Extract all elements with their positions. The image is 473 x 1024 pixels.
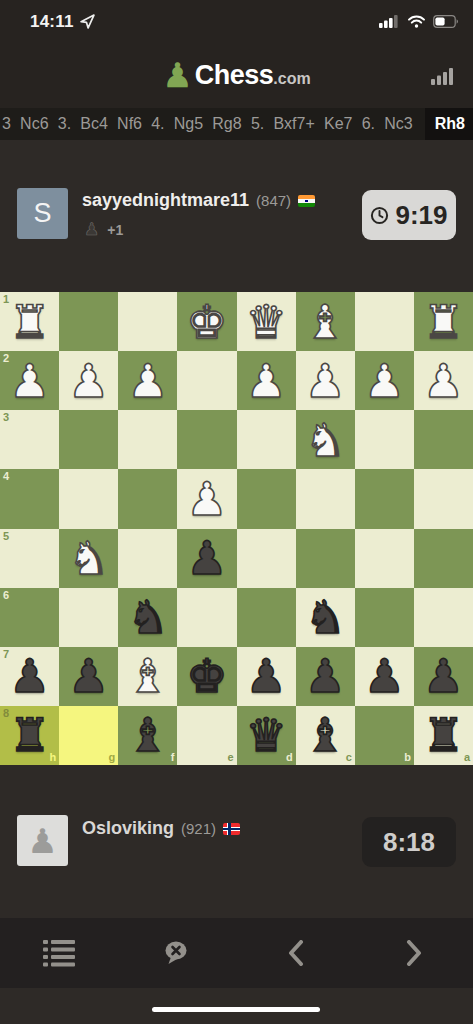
- chat-disabled-button[interactable]: [118, 918, 236, 988]
- square-c4[interactable]: [296, 469, 355, 528]
- black-pawn-icon: ♟: [305, 653, 346, 699]
- move-token[interactable]: Rg8: [212, 115, 241, 133]
- square-a5[interactable]: [414, 529, 473, 588]
- square-g1[interactable]: [59, 292, 118, 351]
- wifi-icon: [407, 14, 426, 32]
- game-toolbar: [0, 918, 473, 988]
- opponent-player-card: S sayyednightmare11 (847) ♟ +1 9:19: [0, 140, 473, 292]
- move-token[interactable]: Nc6: [20, 115, 48, 133]
- player-username[interactable]: Osloviking: [82, 818, 174, 839]
- move-list-bar[interactable]: 3Nc63.Bc4Nf64.Ng5Rg85.Bxf7+Ke76.Nc3 Rh8: [0, 108, 473, 140]
- white-pawn-icon: ♟: [186, 476, 227, 522]
- move-token[interactable]: Ng5: [174, 115, 203, 133]
- square-h3[interactable]: 3: [0, 410, 59, 469]
- square-e8[interactable]: e: [177, 706, 236, 765]
- square-h7[interactable]: 7♟: [0, 647, 59, 706]
- home-indicator[interactable]: [152, 1007, 320, 1012]
- opponent-clock: 9:19: [362, 190, 456, 240]
- square-d7[interactable]: ♟: [237, 647, 296, 706]
- black-bishop-icon: ♝: [305, 712, 346, 758]
- square-g2[interactable]: ♟: [59, 351, 118, 410]
- square-e7[interactable]: ♚: [177, 647, 236, 706]
- square-c5[interactable]: [296, 529, 355, 588]
- square-g5[interactable]: ♞: [59, 529, 118, 588]
- square-d3[interactable]: [237, 410, 296, 469]
- black-rook-icon: ♜: [9, 712, 50, 758]
- location-arrow-icon: [80, 14, 95, 33]
- status-bar: 14:11: [0, 0, 473, 44]
- square-a1[interactable]: ♜: [414, 292, 473, 351]
- square-g4[interactable]: [59, 469, 118, 528]
- square-f4[interactable]: [118, 469, 177, 528]
- rank-label-8: 8: [3, 708, 9, 719]
- opponent-avatar[interactable]: S: [17, 188, 68, 239]
- black-pawn-icon: ♟: [423, 653, 464, 699]
- black-bishop-icon: ♝: [127, 712, 168, 758]
- rank-label-7: 7: [3, 649, 9, 660]
- square-c6[interactable]: ♞: [296, 588, 355, 647]
- file-label-e: e: [227, 752, 233, 763]
- square-a6[interactable]: [414, 588, 473, 647]
- square-d2[interactable]: ♟: [237, 351, 296, 410]
- black-pawn-icon: ♟: [364, 653, 405, 699]
- move-token[interactable]: 3: [2, 115, 11, 133]
- logo-tld-text: .com: [273, 70, 310, 88]
- file-label-f: f: [171, 752, 175, 763]
- opponent-username[interactable]: sayyednightmare11: [82, 190, 249, 211]
- previous-move-button[interactable]: [237, 918, 355, 988]
- square-c3[interactable]: ♞: [296, 410, 355, 469]
- square-f1[interactable]: [118, 292, 177, 351]
- chess-board: 1♜♚♛♝♜2♟♟♟♟♟♟♟3♞4♟5♞♟6♞♞7♟♟♝♚♟♟♟♟8h♜gf♝e…: [0, 292, 473, 765]
- square-h5[interactable]: 5: [0, 529, 59, 588]
- black-pawn-icon: ♟: [245, 653, 286, 699]
- square-d8[interactable]: d♛: [237, 706, 296, 765]
- square-g7[interactable]: ♟: [59, 647, 118, 706]
- square-h1[interactable]: 1♜: [0, 292, 59, 351]
- square-d4[interactable]: [237, 469, 296, 528]
- square-b2[interactable]: ♟: [355, 351, 414, 410]
- black-pawn-icon: ♟: [9, 653, 50, 699]
- square-h2[interactable]: 2♟: [0, 351, 59, 410]
- square-c8[interactable]: c♝: [296, 706, 355, 765]
- rank-label-2: 2: [3, 353, 9, 364]
- black-pawn-icon: ♟: [186, 535, 227, 581]
- white-pawn-icon: ♟: [364, 358, 405, 404]
- black-knight-icon: ♞: [127, 594, 168, 640]
- clock-time: 14:11: [30, 12, 74, 32]
- pawn-avatar-icon: ♟: [27, 824, 57, 858]
- white-bishop-icon: ♝: [127, 653, 168, 699]
- square-b8[interactable]: b: [355, 706, 414, 765]
- white-pawn-icon: ♟: [127, 358, 168, 404]
- connection-strength-icon: [431, 68, 453, 89]
- square-f2[interactable]: ♟: [118, 351, 177, 410]
- square-g8[interactable]: g: [59, 706, 118, 765]
- player-rating: (921): [181, 820, 216, 837]
- square-g3[interactable]: [59, 410, 118, 469]
- white-bishop-icon: ♝: [305, 299, 346, 345]
- player-card: ♟ Osloviking (921) 8:18: [0, 765, 473, 918]
- move-token[interactable]: Bc4: [80, 115, 108, 133]
- square-d5[interactable]: [237, 529, 296, 588]
- captured-black-pawn-icon: ♟: [84, 221, 99, 238]
- file-label-c: c: [346, 752, 352, 763]
- square-a8[interactable]: a♜: [414, 706, 473, 765]
- move-token[interactable]: 6.: [362, 115, 375, 133]
- square-a2[interactable]: ♟: [414, 351, 473, 410]
- file-label-d: d: [286, 752, 293, 763]
- move-token[interactable]: Nc3: [384, 115, 412, 133]
- square-b4[interactable]: [355, 469, 414, 528]
- player-time: 8:18: [383, 827, 435, 858]
- move-token[interactable]: 5.: [251, 115, 264, 133]
- norway-flag-icon: [223, 823, 240, 835]
- rank-label-3: 3: [3, 412, 9, 423]
- move-list-button[interactable]: [0, 918, 118, 988]
- black-queen-icon: ♛: [245, 712, 286, 758]
- black-king-icon: ♚: [186, 653, 227, 699]
- square-b3[interactable]: [355, 410, 414, 469]
- black-pawn-icon: ♟: [68, 653, 109, 699]
- move-token[interactable]: Bxf7+: [273, 115, 314, 133]
- white-pawn-icon: ♟: [305, 358, 346, 404]
- chess-app-screen: 14:11: [0, 0, 473, 1024]
- square-a7[interactable]: ♟: [414, 647, 473, 706]
- square-e6[interactable]: [177, 588, 236, 647]
- square-f5[interactable]: [118, 529, 177, 588]
- white-pawn-icon: ♟: [423, 358, 464, 404]
- cellular-signal-icon: [379, 14, 400, 32]
- rank-label-1: 1: [3, 294, 9, 305]
- white-rook-icon: ♜: [9, 299, 50, 345]
- rank-label-4: 4: [3, 471, 9, 482]
- square-a4[interactable]: [414, 469, 473, 528]
- square-d1[interactable]: ♛: [237, 292, 296, 351]
- square-f6[interactable]: ♞: [118, 588, 177, 647]
- chesscom-logo[interactable]: ♟ Chess .com: [0, 58, 473, 92]
- material-advantage: +1: [107, 222, 123, 238]
- square-c7[interactable]: ♟: [296, 647, 355, 706]
- rank-label-5: 5: [3, 531, 9, 542]
- square-b7[interactable]: ♟: [355, 647, 414, 706]
- square-b5[interactable]: [355, 529, 414, 588]
- avatar-initial: S: [33, 198, 51, 229]
- square-b6[interactable]: [355, 588, 414, 647]
- square-f8[interactable]: f♝: [118, 706, 177, 765]
- file-label-b: b: [404, 752, 411, 763]
- white-king-icon: ♚: [186, 299, 227, 345]
- white-pawn-icon: ♟: [68, 358, 109, 404]
- white-knight-icon: ♞: [305, 417, 346, 463]
- square-a3[interactable]: [414, 410, 473, 469]
- player-avatar[interactable]: ♟: [17, 815, 68, 866]
- white-pawn-icon: ♟: [245, 358, 286, 404]
- square-d6[interactable]: [237, 588, 296, 647]
- move-token[interactable]: 3.: [58, 115, 71, 133]
- india-flag-icon: [298, 195, 315, 207]
- rank-label-6: 6: [3, 590, 9, 601]
- move-token[interactable]: Nf6: [117, 115, 142, 133]
- square-c1[interactable]: ♝: [296, 292, 355, 351]
- clock-icon: [370, 206, 389, 225]
- black-knight-icon: ♞: [305, 594, 346, 640]
- square-h6[interactable]: 6: [0, 588, 59, 647]
- opponent-rating: (847): [256, 192, 291, 209]
- move-token[interactable]: 4.: [151, 115, 164, 133]
- white-pawn-icon: ♟: [9, 358, 50, 404]
- current-move-badge[interactable]: Rh8: [425, 108, 473, 140]
- logo-text: Chess: [195, 60, 274, 91]
- square-e1[interactable]: ♚: [177, 292, 236, 351]
- green-pawn-logo-icon: ♟: [162, 58, 192, 92]
- next-move-button[interactable]: [355, 918, 473, 988]
- square-f3[interactable]: [118, 410, 177, 469]
- square-e2[interactable]: [177, 351, 236, 410]
- square-c2[interactable]: ♟: [296, 351, 355, 410]
- file-label-g: g: [109, 752, 116, 763]
- black-rook-icon: ♜: [423, 712, 464, 758]
- player-clock: 8:18: [362, 817, 456, 867]
- square-h4[interactable]: 4: [0, 469, 59, 528]
- white-queen-icon: ♛: [245, 299, 286, 345]
- square-e5[interactable]: ♟: [177, 529, 236, 588]
- app-header: ♟ Chess .com: [0, 44, 473, 108]
- square-g6[interactable]: [59, 588, 118, 647]
- white-rook-icon: ♜: [423, 299, 464, 345]
- file-label-a: a: [464, 752, 470, 763]
- file-label-h: h: [49, 752, 56, 763]
- battery-icon: [433, 14, 459, 32]
- opponent-time: 9:19: [395, 200, 447, 231]
- square-f7[interactable]: ♝: [118, 647, 177, 706]
- white-knight-icon: ♞: [68, 535, 109, 581]
- square-e3[interactable]: [177, 410, 236, 469]
- square-b1[interactable]: [355, 292, 414, 351]
- move-token[interactable]: Ke7: [324, 115, 352, 133]
- square-e4[interactable]: ♟: [177, 469, 236, 528]
- square-h8[interactable]: 8h♜: [0, 706, 59, 765]
